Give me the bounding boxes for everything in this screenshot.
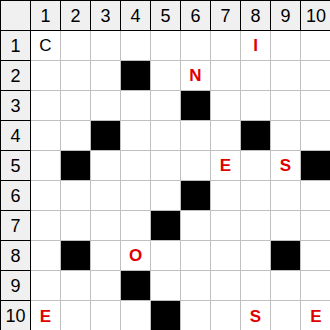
cell-r3c1[interactable] <box>31 91 61 121</box>
cell-r9c6[interactable] <box>181 271 211 301</box>
cell-r7c8[interactable] <box>241 211 271 241</box>
row-header-10: 10 <box>1 301 31 330</box>
black-cell-r3c6 <box>181 91 211 121</box>
cell-r1c8[interactable]: I <box>241 31 271 61</box>
col-header-6: 6 <box>181 1 211 31</box>
cell-r6c2[interactable] <box>61 181 91 211</box>
cell-r9c2[interactable] <box>61 271 91 301</box>
cell-r3c3[interactable] <box>91 91 121 121</box>
cell-r8c10[interactable] <box>301 241 330 271</box>
cell-r4c9[interactable] <box>271 121 301 151</box>
row-header-9: 9 <box>1 271 31 301</box>
cell-r5c3[interactable] <box>91 151 121 181</box>
cell-r5c9[interactable]: S <box>271 151 301 181</box>
cell-r5c4[interactable] <box>121 151 151 181</box>
cell-r7c10[interactable] <box>301 211 330 241</box>
cell-r6c10[interactable] <box>301 181 330 211</box>
cell-r2c5[interactable] <box>151 61 181 91</box>
cell-r1c2[interactable] <box>61 31 91 61</box>
row-header-1: 1 <box>1 31 31 61</box>
cell-r10c2[interactable] <box>61 301 91 330</box>
cell-r4c10[interactable] <box>301 121 330 151</box>
cell-r4c6[interactable] <box>181 121 211 151</box>
cell-r9c8[interactable] <box>241 271 271 301</box>
cell-r8c5[interactable] <box>151 241 181 271</box>
row-header-5: 5 <box>1 151 31 181</box>
cell-r4c2[interactable] <box>61 121 91 151</box>
cell-r3c7[interactable] <box>211 91 241 121</box>
cell-r6c3[interactable] <box>91 181 121 211</box>
cell-r6c5[interactable] <box>151 181 181 211</box>
cell-r2c6[interactable]: N <box>181 61 211 91</box>
cell-r2c9[interactable] <box>271 61 301 91</box>
cell-r10c6[interactable] <box>181 301 211 330</box>
cell-r7c7[interactable] <box>211 211 241 241</box>
cell-r5c8[interactable] <box>241 151 271 181</box>
cell-r9c9[interactable] <box>271 271 301 301</box>
row-header-2: 2 <box>1 61 31 91</box>
cell-r7c2[interactable] <box>61 211 91 241</box>
cell-r2c1[interactable] <box>31 61 61 91</box>
cell-r5c1[interactable] <box>31 151 61 181</box>
cell-r7c1[interactable] <box>31 211 61 241</box>
cell-r6c7[interactable] <box>211 181 241 211</box>
cell-r3c5[interactable] <box>151 91 181 121</box>
cell-r3c9[interactable] <box>271 91 301 121</box>
cell-r7c6[interactable] <box>181 211 211 241</box>
black-cell-r5c2 <box>61 151 91 181</box>
cell-r2c7[interactable] <box>211 61 241 91</box>
col-header-9: 9 <box>271 1 301 31</box>
cell-r7c3[interactable] <box>91 211 121 241</box>
col-header-1: 1 <box>31 1 61 31</box>
col-header-3: 3 <box>91 1 121 31</box>
cell-r6c8[interactable] <box>241 181 271 211</box>
col-header-7: 7 <box>211 1 241 31</box>
corner-cell <box>1 1 31 31</box>
black-cell-r9c4 <box>121 271 151 301</box>
cell-r8c6[interactable] <box>181 241 211 271</box>
cell-r1c5[interactable] <box>151 31 181 61</box>
cell-r9c7[interactable] <box>211 271 241 301</box>
col-header-8: 8 <box>241 1 271 31</box>
black-cell-r10c5 <box>151 301 181 330</box>
row-header-8: 8 <box>1 241 31 271</box>
black-cell-r5c10 <box>301 151 330 181</box>
cell-r5c5[interactable] <box>151 151 181 181</box>
cell-r7c4[interactable] <box>121 211 151 241</box>
row-header-6: 6 <box>1 181 31 211</box>
black-cell-r8c2 <box>61 241 91 271</box>
cell-r10c7[interactable] <box>211 301 241 330</box>
cell-r3c10[interactable] <box>301 91 330 121</box>
cell-r10c8[interactable]: S <box>241 301 271 330</box>
cell-r6c4[interactable] <box>121 181 151 211</box>
row-header-4: 4 <box>1 121 31 151</box>
cell-r1c9[interactable] <box>271 31 301 61</box>
black-cell-r6c6 <box>181 181 211 211</box>
cell-r3c4[interactable] <box>121 91 151 121</box>
cell-r4c7[interactable] <box>211 121 241 151</box>
cell-r10c1[interactable]: E <box>31 301 61 330</box>
cell-r4c5[interactable] <box>151 121 181 151</box>
cell-r8c1[interactable] <box>31 241 61 271</box>
col-header-2: 2 <box>61 1 91 31</box>
cell-r10c9[interactable] <box>271 301 301 330</box>
cell-r1c4[interactable] <box>121 31 151 61</box>
cell-r6c9[interactable] <box>271 181 301 211</box>
col-header-10: 10 <box>301 1 330 31</box>
cell-r5c6[interactable] <box>181 151 211 181</box>
cell-r8c7[interactable] <box>211 241 241 271</box>
cell-r5c7[interactable]: E <box>211 151 241 181</box>
black-cell-r4c8 <box>241 121 271 151</box>
cell-r10c10[interactable]: E <box>301 301 330 330</box>
black-cell-r2c4 <box>121 61 151 91</box>
cell-r9c3[interactable] <box>91 271 121 301</box>
crossword-board: 123456789101CI2N345ES678O910ESE <box>0 0 330 330</box>
cell-r3c2[interactable] <box>61 91 91 121</box>
cell-r8c4[interactable]: O <box>121 241 151 271</box>
cell-r9c1[interactable] <box>31 271 61 301</box>
cell-r1c3[interactable] <box>91 31 121 61</box>
cell-r2c8[interactable] <box>241 61 271 91</box>
cell-r8c3[interactable] <box>91 241 121 271</box>
black-cell-r4c3 <box>91 121 121 151</box>
cell-r10c3[interactable] <box>91 301 121 330</box>
col-header-5: 5 <box>151 1 181 31</box>
cell-r6c1[interactable] <box>31 181 61 211</box>
cell-r3c8[interactable] <box>241 91 271 121</box>
cell-r2c2[interactable] <box>61 61 91 91</box>
cell-r2c3[interactable] <box>91 61 121 91</box>
cell-r8c8[interactable] <box>241 241 271 271</box>
cell-r7c9[interactable] <box>271 211 301 241</box>
cell-r1c6[interactable] <box>181 31 211 61</box>
black-cell-r7c5 <box>151 211 181 241</box>
cell-r1c1[interactable]: C <box>31 31 61 61</box>
cell-r1c10[interactable] <box>301 31 330 61</box>
cell-r4c4[interactable] <box>121 121 151 151</box>
cell-r1c7[interactable] <box>211 31 241 61</box>
cell-r10c4[interactable] <box>121 301 151 330</box>
cell-r2c10[interactable] <box>301 61 330 91</box>
cell-r9c10[interactable] <box>301 271 330 301</box>
row-header-7: 7 <box>1 211 31 241</box>
cell-r9c5[interactable] <box>151 271 181 301</box>
row-header-3: 3 <box>1 91 31 121</box>
cell-r4c1[interactable] <box>31 121 61 151</box>
black-cell-r8c9 <box>271 241 301 271</box>
col-header-4: 4 <box>121 1 151 31</box>
